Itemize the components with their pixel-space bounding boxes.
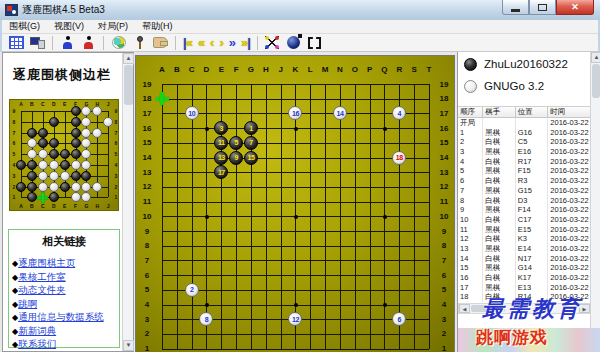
mini-row-label: 1	[11, 194, 17, 200]
col-label-C: C	[185, 65, 199, 74]
move-cell: 白棋	[483, 157, 516, 167]
mini-stone-white	[27, 149, 37, 159]
move-cell: E15	[516, 225, 549, 235]
mini-col-label: D	[50, 203, 58, 209]
menu-item-1[interactable]: 视图(V)	[47, 20, 91, 33]
white-stone-icon	[464, 80, 477, 93]
move-table-row[interactable]: 10白棋C172016-03-22 13:	[458, 215, 591, 225]
row-label-left-18: 18	[140, 94, 154, 103]
maximize-button[interactable]	[529, 0, 556, 15]
toolbar-separator	[257, 36, 258, 50]
move-cell: C5	[516, 137, 549, 147]
star-point-Q16	[383, 127, 387, 131]
sidebar-link-4[interactable]: 通用信息与数据系统	[18, 311, 104, 322]
menu-item-3[interactable]: 帮助(H)	[135, 20, 180, 33]
territory-marker-icon[interactable]	[304, 34, 325, 51]
row-label-left-6: 6	[140, 271, 154, 280]
column-header-1[interactable]: 棋手	[483, 107, 516, 118]
row-label-left-12: 12	[140, 182, 154, 191]
row-label-left-5: 5	[140, 285, 154, 294]
stone-white-R17: 4	[392, 106, 406, 120]
grid-line	[162, 231, 429, 232]
col-label-N: N	[333, 65, 347, 74]
related-links-box: 相关链接 ◆逐鹿围棋主页◆果核工作室◆动态文件夹◆跳啊◆通用信息与数据系统◆新新…	[8, 229, 120, 348]
col-label-L: L	[303, 65, 317, 74]
sidebar-link-2[interactable]: 动态文件夹	[18, 284, 66, 295]
grid-line	[414, 84, 415, 349]
col-label-B: B	[170, 65, 184, 74]
toolbar: |««‹›»»|	[2, 34, 598, 52]
move-cell: K3	[516, 234, 549, 244]
move-cell: 2	[458, 137, 483, 147]
row-label-right-10: 10	[437, 212, 451, 221]
stone-white-K3: 12	[288, 312, 302, 326]
move-cell: G16	[516, 128, 549, 138]
move-cell: 14	[458, 254, 483, 264]
mini-stone-white	[49, 160, 59, 170]
close-button[interactable]: ✕	[556, 0, 594, 15]
star-point-D16	[205, 127, 209, 131]
mini-stone-white	[103, 117, 113, 127]
move-cell: 白棋	[483, 176, 516, 186]
move-cell: R17	[516, 157, 549, 167]
nav-fast-forward-button[interactable]: »	[226, 36, 238, 50]
move-cell: 2016-03-22 13:	[548, 128, 591, 138]
player-vs-red-icon[interactable]	[78, 34, 99, 51]
move-cell: 黑棋	[483, 186, 516, 196]
grid-line	[162, 275, 429, 276]
move-table-row[interactable]: 1黑棋G162016-03-22 13:	[458, 128, 591, 138]
voice-mic-icon[interactable]	[129, 34, 150, 51]
star-point-K16	[294, 127, 298, 131]
mini-col-label: C	[39, 203, 47, 209]
grid-line	[399, 84, 400, 349]
mini-stone-black	[27, 192, 37, 202]
move-cell	[516, 118, 549, 128]
row-label-right-9: 9	[437, 227, 451, 236]
mini-stone-black	[71, 128, 81, 138]
col-label-M: M	[318, 65, 332, 74]
move-table-row[interactable]: 12白棋K32016-03-22 13:	[458, 234, 591, 244]
mini-col-label: A	[17, 203, 25, 209]
column-header-2[interactable]: 位置	[516, 107, 549, 118]
mini-col-label: E	[61, 203, 69, 209]
sidebar-link-item: ◆联系我们	[12, 338, 119, 352]
move-cell: 2016-03-22 13:	[548, 215, 591, 225]
move-table-row[interactable]: 开局2016-03-22 13:	[458, 118, 591, 128]
nav-fast-back-button[interactable]: «	[195, 36, 207, 50]
move-table-row[interactable]: 4白棋R172016-03-22 13:	[458, 157, 591, 167]
board-grid-icon[interactable]	[6, 34, 27, 51]
mini-stone-black	[71, 171, 81, 181]
minimize-icon	[511, 9, 520, 12]
col-label-T: T	[422, 65, 436, 74]
stone-white-N17: 14	[333, 106, 347, 120]
stone-white-R14: 18	[392, 151, 406, 165]
mini-stone-white	[92, 128, 102, 138]
move-cell: 黑棋	[483, 225, 516, 235]
mini-stone-white	[38, 182, 48, 192]
star-point-Q4	[383, 303, 387, 307]
move-list-table: 顺序棋手位置时间开局2016-03-22 13:1黑棋G162016-03-22…	[458, 106, 591, 302]
star-point-Q10	[383, 215, 387, 219]
move-cell: 16	[458, 273, 483, 283]
row-label-right-2: 2	[437, 329, 451, 338]
row-label-left-3: 3	[140, 315, 154, 324]
mini-stone-white	[38, 171, 48, 181]
content-area: 逐鹿围棋侧边栏 AABBCCDDEEFFGGHHJJ99887766554433…	[0, 52, 600, 352]
move-cell: 白棋	[483, 234, 516, 244]
row-label-right-3: 3	[437, 315, 451, 324]
move-cell: 2016-03-22 13:	[548, 186, 591, 196]
close-icon: ✕	[571, 2, 579, 12]
move-cell: 2016-03-22 13:	[548, 137, 591, 147]
menu-item-0[interactable]: 围棋(G)	[2, 20, 47, 33]
move-table-row[interactable]: 11黑棋E152016-03-22 13:	[458, 225, 591, 235]
mini-row-label: 9	[11, 108, 17, 114]
stone-white-D3: 8	[199, 312, 213, 326]
row-label-left-13: 13	[140, 168, 154, 177]
row-label-right-16: 16	[437, 124, 451, 133]
star-point-D10	[205, 215, 209, 219]
move-cell: 白棋	[483, 196, 516, 206]
move-cell: 2016-03-22 13:	[548, 196, 591, 206]
row-label-left-1: 1	[140, 344, 154, 352]
move-table-row[interactable]: 14白棋N172016-03-22 13:	[458, 254, 591, 264]
related-links-list: ◆逐鹿围棋主页◆果核工作室◆动态文件夹◆跳啊◆通用信息与数据系统◆新新词典◆联系…	[9, 257, 119, 352]
row-label-right-11: 11	[437, 197, 451, 206]
move-number: 9	[234, 154, 237, 161]
grid-line	[370, 84, 371, 349]
mini-stone-black	[60, 149, 70, 159]
mini-row-label: 3	[11, 173, 17, 179]
move-cell: 黑棋	[483, 128, 516, 138]
mini-col-label: H	[93, 203, 101, 209]
move-number: 5	[234, 139, 237, 146]
move-cell: 2016-03-22 13:	[548, 254, 591, 264]
col-label-E: E	[214, 65, 228, 74]
mini-stone-white	[38, 160, 48, 170]
mini-stone-black	[71, 106, 81, 116]
move-cell: R3	[516, 176, 549, 186]
influence-ball-icon[interactable]	[283, 34, 304, 51]
mini-stone-black	[38, 128, 48, 138]
sidebar-link-3[interactable]: 跳啊	[18, 298, 37, 309]
mini-col-label: B	[28, 203, 36, 209]
stone-black-E16: 3	[214, 121, 228, 135]
sidebar-link-item: ◆动态文件夹	[12, 284, 119, 298]
menu-bar: 围棋(G)视图(V)对局(P)帮助(H)	[2, 20, 598, 34]
grid-line	[162, 290, 429, 291]
mini-row-label: 7	[11, 130, 17, 136]
mini-stone-white	[81, 106, 91, 116]
row-label-left-2: 2	[140, 329, 154, 338]
vscroll-thumb[interactable]	[592, 64, 600, 98]
move-cell: 8	[458, 196, 483, 206]
row-label-left-11: 11	[140, 197, 154, 206]
move-number: 7	[249, 139, 252, 146]
row-label-left-9: 9	[140, 227, 154, 236]
move-cell: 1	[458, 128, 483, 138]
move-number: 16	[292, 110, 299, 117]
col-label-J: J	[274, 65, 288, 74]
row-label-right-5: 5	[437, 285, 451, 294]
star-point-K4	[294, 303, 298, 307]
app-window: 逐鹿围棋4.5 Beta3 ✕ 围棋(G)视图(V)对局(P)帮助(H) |««…	[0, 0, 600, 352]
toolbar-separator	[52, 36, 53, 50]
mini-row-label: 5	[11, 151, 17, 157]
move-cell: 2016-03-22 13:	[548, 283, 591, 293]
mini-stone-white	[92, 182, 102, 192]
move-table-row[interactable]: 3黑棋E162016-03-22 13:	[458, 147, 591, 157]
row-label-right-8: 8	[437, 241, 451, 250]
sidebar-link-5[interactable]: 新新词典	[18, 325, 56, 336]
minimize-button[interactable]	[502, 0, 529, 15]
mini-col-label: J	[104, 203, 112, 209]
move-cell: 9	[458, 205, 483, 215]
col-label-G: G	[244, 65, 258, 74]
col-label-Q: Q	[377, 65, 391, 74]
mini-stone-white	[49, 182, 59, 192]
row-label-left-19: 19	[140, 80, 154, 89]
move-cell: 黑棋	[483, 283, 516, 293]
move-cell: 17	[458, 283, 483, 293]
move-cell: D3	[516, 196, 549, 206]
stone-black-G15: 7	[244, 136, 258, 150]
move-table-row[interactable]: 15黑棋G142016-03-22 13:	[458, 263, 591, 273]
mini-col-label: J	[104, 101, 112, 107]
window-title: 逐鹿围棋4.5 Beta3	[22, 3, 105, 17]
stone-black-F15: 5	[229, 136, 243, 150]
column-header-0[interactable]: 顺序	[458, 107, 483, 118]
mini-stone-white	[71, 182, 81, 192]
move-cell: E13	[516, 283, 549, 293]
move-cell: 6	[458, 176, 483, 186]
move-cell: K17	[516, 273, 549, 283]
row-label-left-14: 14	[140, 153, 154, 162]
move-table-row[interactable]: 2白棋C52016-03-22 13:	[458, 137, 591, 147]
row-label-right-13: 13	[437, 168, 451, 177]
mini-col-label: C	[39, 101, 47, 107]
move-table-row[interactable]: 6白棋R32016-03-22 13:	[458, 176, 591, 186]
move-table-row[interactable]: 5黑棋F152016-03-22 13:	[458, 166, 591, 176]
app-icon	[5, 4, 18, 16]
move-cell: 2016-03-22 13:	[548, 157, 591, 167]
move-cell: 13	[458, 244, 483, 254]
grid-line	[162, 349, 429, 350]
stone-black-G16: 1	[244, 121, 258, 135]
move-cell: 白棋	[483, 137, 516, 147]
mini-row-label: 8	[113, 119, 119, 125]
mini-stone-white	[81, 117, 91, 127]
move-cell: 2016-03-22 13:	[548, 176, 591, 186]
sidebar-link-0[interactable]: 逐鹿围棋主页	[18, 257, 75, 268]
stone-black-F14: 9	[229, 151, 243, 165]
mini-stone-white	[71, 192, 81, 202]
hand-pointer-icon[interactable]	[150, 34, 171, 51]
mini-row-label: 9	[113, 108, 119, 114]
row-label-right-4: 4	[437, 300, 451, 309]
watermark-text-bottom: 跳啊游戏	[460, 326, 564, 349]
move-table-row[interactable]: 8白棋D32016-03-22 13:	[458, 196, 591, 206]
col-label-P: P	[363, 65, 377, 74]
column-header-3[interactable]: 时间	[548, 107, 591, 118]
scroll-down-icon[interactable]: ▼	[123, 340, 134, 351]
nav-first-button[interactable]: |«	[180, 36, 195, 50]
mini-stone-black	[27, 128, 37, 138]
grid-line	[162, 260, 429, 261]
mini-stone-white	[92, 106, 102, 116]
computer-play-icon[interactable]	[27, 34, 48, 51]
mini-col-label: G	[82, 203, 90, 209]
grid-line	[325, 84, 326, 349]
mini-stone-white	[81, 149, 91, 159]
col-label-O: O	[348, 65, 362, 74]
sidebar-link-item: ◆逐鹿围棋主页	[12, 257, 119, 271]
related-links-title: 相关链接	[9, 234, 119, 249]
sidebar-link-1[interactable]: 果核工作室	[18, 271, 66, 282]
move-number: 2	[190, 286, 193, 293]
board-cursor	[156, 92, 169, 105]
row-label-left-7: 7	[140, 256, 154, 265]
move-cell: 2016-03-22 13:	[548, 166, 591, 176]
move-number: 11	[218, 139, 224, 146]
move-cell: 7	[458, 186, 483, 196]
row-label-right-7: 7	[437, 256, 451, 265]
sidebar-link-item: ◆通用信息与数据系统	[12, 311, 119, 325]
move-table-row[interactable]: 13黑棋E142016-03-22 13:	[458, 244, 591, 254]
black-player-name: ZhuLu20160322	[484, 58, 568, 70]
mini-stone-black	[27, 160, 37, 170]
row-label-left-10: 10	[140, 212, 154, 221]
grid-line	[162, 334, 429, 335]
sidebar-scrollbar[interactable]: ▲ ▼	[122, 53, 133, 351]
move-cell: 开局	[458, 118, 483, 128]
row-label-left-16: 16	[140, 124, 154, 133]
sidebar-title: 逐鹿围棋侧边栏	[3, 66, 121, 84]
grid-line	[340, 84, 341, 349]
mini-row-label: 7	[113, 130, 119, 136]
mini-stone-black	[27, 182, 37, 192]
settings-flower-icon[interactable]	[108, 34, 129, 51]
stone-white-R3: 6	[392, 312, 406, 326]
stone-white-C17: 10	[185, 106, 199, 120]
mini-stone-black	[71, 138, 81, 148]
game-info-panel: ZhuLu20160322 GNUGo 3.2 顺序棋手位置时间开局2016-0…	[457, 52, 600, 352]
black-player-row: ZhuLu20160322	[464, 57, 568, 71]
stone-black-E14: 13	[214, 151, 228, 165]
move-cell: 5	[458, 166, 483, 176]
go-board[interactable]: ABCDEFGHJKLMNOPQRST191918181717161615151…	[135, 55, 455, 352]
mini-stone-black	[60, 160, 70, 170]
stone-white-K17: 16	[288, 106, 302, 120]
mini-stone-white	[49, 171, 59, 181]
move-cell: 10	[458, 215, 483, 225]
mini-col-label: A	[17, 101, 25, 107]
star-point-D4	[205, 303, 209, 307]
move-number: 18	[396, 154, 403, 161]
mini-go-board: AABBCCDDEEFFGGHHJJ998877665544332211	[9, 99, 119, 211]
move-cell: 白棋	[483, 254, 516, 264]
row-label-left-4: 4	[140, 300, 154, 309]
move-table-header: 顺序棋手位置时间	[458, 107, 591, 118]
move-table-row[interactable]: 16白棋K172016-03-22 13:	[458, 273, 591, 283]
col-label-S: S	[407, 65, 421, 74]
nav-back-button[interactable]: ‹	[207, 36, 216, 50]
row-label-left-8: 8	[140, 241, 154, 250]
mini-stone-black	[71, 149, 81, 159]
move-number: 6	[398, 316, 401, 323]
scroll-thumb[interactable]	[124, 65, 133, 105]
move-cell: 白棋	[483, 273, 516, 283]
move-cell: 11	[458, 225, 483, 235]
mini-row-label: 3	[113, 173, 119, 179]
move-table-row[interactable]: 7黑棋G152016-03-22 13:	[458, 186, 591, 196]
row-label-right-12: 12	[437, 182, 451, 191]
row-label-left-15: 15	[140, 138, 154, 147]
maximize-icon	[538, 4, 547, 11]
sidebar-link-item: ◆果核工作室	[12, 271, 119, 285]
scroll-up-icon[interactable]: ▲	[591, 52, 600, 63]
mini-stone-black	[49, 138, 59, 148]
mini-stone-black	[38, 138, 48, 148]
stone-black-E13: 17	[214, 165, 228, 179]
mini-stone-white	[38, 149, 48, 159]
mini-stone-black	[81, 171, 91, 181]
mini-stone-white	[81, 192, 91, 202]
move-cell: 黑棋	[483, 263, 516, 273]
sidebar-link-6[interactable]: 联系我们	[18, 338, 56, 349]
move-cell: 2016-03-22 13:	[548, 273, 591, 283]
move-cell: 黑棋	[483, 205, 516, 215]
grid-line	[162, 246, 429, 247]
mini-stone-white	[27, 138, 37, 148]
row-label-right-14: 14	[437, 153, 451, 162]
white-player-name: GNUGo 3.2	[484, 80, 544, 92]
move-cell: 2016-03-22 13:	[548, 147, 591, 157]
mini-col-label: E	[61, 101, 69, 107]
row-label-right-19: 19	[437, 80, 451, 89]
move-table-row[interactable]: 17黑棋E132016-03-22 13:	[458, 283, 591, 293]
move-cell: 黑棋	[483, 166, 516, 176]
move-number: 8	[205, 316, 208, 323]
col-label-F: F	[229, 65, 243, 74]
row-label-right-17: 17	[437, 109, 451, 118]
player-vs-black-icon[interactable]	[57, 34, 78, 51]
move-cell: G14	[516, 263, 549, 273]
toolbar-separator	[103, 36, 104, 50]
menu-item-2[interactable]: 对局(P)	[91, 20, 135, 33]
mini-stone-white	[81, 128, 91, 138]
scroll-up-icon[interactable]: ▲	[123, 53, 134, 64]
move-cell: 2016-03-22 13:	[548, 234, 591, 244]
nav-last-button[interactable]: »|	[238, 36, 253, 50]
move-table-row[interactable]: 9黑棋F142016-03-22 13:	[458, 205, 591, 215]
move-cell: E16	[516, 147, 549, 157]
move-cell: 15	[458, 263, 483, 273]
move-cell: 12	[458, 234, 483, 244]
stone-white-C5: 2	[185, 283, 199, 297]
move-number: 4	[398, 110, 401, 117]
col-label-R: R	[392, 65, 406, 74]
mini-stone-white	[81, 182, 91, 192]
move-cell: N17	[516, 254, 549, 264]
nav-forward-button[interactable]: ›	[216, 36, 225, 50]
row-label-right-18: 18	[437, 94, 451, 103]
grid-line	[310, 84, 311, 349]
move-cell: 2016-03-22 13:	[548, 225, 591, 235]
variation-tree-icon[interactable]	[262, 34, 283, 51]
